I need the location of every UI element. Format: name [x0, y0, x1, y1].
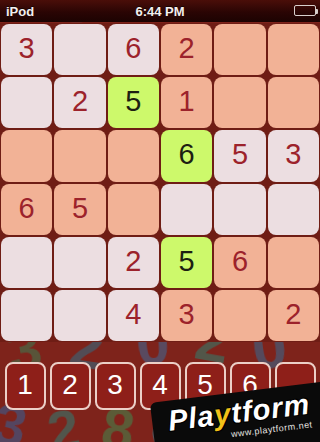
cell-r4c6[interactable]: [268, 184, 319, 235]
cell-r4c1[interactable]: 6: [1, 184, 52, 235]
cell-r6c1[interactable]: [1, 290, 52, 341]
cell-r3c1[interactable]: [1, 130, 52, 181]
device-screen: 3 2 0 2 0 3 2 8 o 2 6 iPod 6:44 PM 3 6 2…: [0, 0, 320, 442]
cell-r5c5[interactable]: 6: [214, 237, 265, 288]
logo-text-pre: Pla: [166, 399, 216, 436]
cell-r6c3[interactable]: 4: [108, 290, 159, 341]
numpad-button-1[interactable]: 1: [5, 362, 46, 410]
cell-r5c4[interactable]: 5: [161, 237, 212, 288]
status-bar: iPod 6:44 PM: [0, 0, 320, 22]
cell-r2c2[interactable]: 2: [54, 77, 105, 128]
cell-r5c2[interactable]: [54, 237, 105, 288]
sudoku-board: 3 6 2 2 5 1 6 5 3 6 5 2 5 6 4 3 2: [0, 23, 320, 342]
cell-r3c2[interactable]: [54, 130, 105, 181]
cell-r1c5[interactable]: [214, 24, 265, 75]
cell-r2c4[interactable]: 1: [161, 77, 212, 128]
cell-r4c4[interactable]: [161, 184, 212, 235]
cell-r2c1[interactable]: [1, 77, 52, 128]
numpad-button-3[interactable]: 3: [95, 362, 136, 410]
cell-r2c6[interactable]: [268, 77, 319, 128]
battery-icon: [294, 5, 316, 16]
clock: 6:44 PM: [0, 4, 320, 19]
cell-r1c6[interactable]: [268, 24, 319, 75]
cell-r6c2[interactable]: [54, 290, 105, 341]
cell-r1c2[interactable]: [54, 24, 105, 75]
cell-r3c6[interactable]: 3: [268, 130, 319, 181]
cell-r4c5[interactable]: [214, 184, 265, 235]
cell-r3c3[interactable]: [108, 130, 159, 181]
cell-r5c6[interactable]: [268, 237, 319, 288]
cell-r1c1[interactable]: 3: [1, 24, 52, 75]
cell-r2c5[interactable]: [214, 77, 265, 128]
cell-r6c4[interactable]: 3: [161, 290, 212, 341]
cell-r4c3[interactable]: [108, 184, 159, 235]
cell-r4c2[interactable]: 5: [54, 184, 105, 235]
cell-r1c4[interactable]: 2: [161, 24, 212, 75]
numpad-button-2[interactable]: 2: [50, 362, 91, 410]
cell-r3c4[interactable]: 6: [161, 130, 212, 181]
cell-r5c3[interactable]: 2: [108, 237, 159, 288]
cell-r2c3[interactable]: 5: [108, 77, 159, 128]
cell-r6c6[interactable]: 2: [268, 290, 319, 341]
cell-r5c1[interactable]: [1, 237, 52, 288]
cell-r1c3[interactable]: 6: [108, 24, 159, 75]
cell-r6c5[interactable]: [214, 290, 265, 341]
cell-r3c5[interactable]: 5: [214, 130, 265, 181]
